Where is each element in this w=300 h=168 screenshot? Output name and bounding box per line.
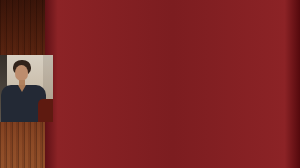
chess-board <box>57 0 286 168</box>
video-frame[interactable] <box>0 0 300 168</box>
webcam-chair <box>38 99 53 122</box>
webcam-overlay <box>0 55 53 122</box>
presenter-face <box>15 65 28 81</box>
board-frame <box>45 0 300 168</box>
